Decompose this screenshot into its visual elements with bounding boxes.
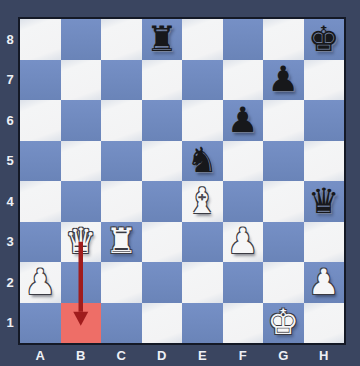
square-b4[interactable]	[61, 181, 102, 222]
square-a3[interactable]	[20, 222, 61, 263]
file-labels: ABCDEFGH	[20, 344, 344, 366]
square-c2[interactable]	[101, 262, 142, 303]
piece-white-pawn[interactable]: ♟	[227, 224, 258, 259]
rank-label-6: 6	[0, 100, 20, 141]
rank-label-4: 4	[0, 181, 20, 222]
file-label-h: H	[304, 344, 345, 366]
square-d2[interactable]	[142, 262, 183, 303]
square-h3[interactable]	[304, 222, 345, 263]
square-g4[interactable]	[263, 181, 304, 222]
rank-label-5: 5	[0, 141, 20, 182]
square-d6[interactable]	[142, 100, 183, 141]
square-c8[interactable]	[101, 19, 142, 60]
square-h8[interactable]: ♚	[304, 19, 345, 60]
file-label-d: D	[142, 344, 183, 366]
square-g6[interactable]	[263, 100, 304, 141]
square-c4[interactable]	[101, 181, 142, 222]
square-h5[interactable]	[304, 141, 345, 182]
piece-black-knight[interactable]: ♞	[187, 143, 218, 178]
square-e6[interactable]	[182, 100, 223, 141]
piece-black-pawn[interactable]: ♟	[227, 103, 258, 138]
square-f7[interactable]	[223, 60, 264, 101]
square-g5[interactable]	[263, 141, 304, 182]
square-f1[interactable]	[223, 303, 264, 344]
square-a4[interactable]	[20, 181, 61, 222]
file-label-g: G	[263, 344, 304, 366]
square-c6[interactable]	[101, 100, 142, 141]
square-a7[interactable]	[20, 60, 61, 101]
square-g7[interactable]: ♟	[263, 60, 304, 101]
square-b5[interactable]	[61, 141, 102, 182]
square-h4[interactable]: ♛	[304, 181, 345, 222]
square-b7[interactable]	[61, 60, 102, 101]
square-a8[interactable]	[20, 19, 61, 60]
piece-white-bishop[interactable]: ♝	[187, 184, 218, 219]
square-g2[interactable]	[263, 262, 304, 303]
square-e5[interactable]: ♞	[182, 141, 223, 182]
square-e4[interactable]: ♝	[182, 181, 223, 222]
square-e2[interactable]	[182, 262, 223, 303]
piece-black-king[interactable]: ♚	[308, 22, 339, 57]
square-b1[interactable]	[61, 303, 102, 344]
square-d8[interactable]: ♜	[142, 19, 183, 60]
chess-diagram: 87654321 ♜♚♟♟♞♝♛♛♜♟♟♟♚ ABCDEFGH	[0, 0, 360, 366]
square-a2[interactable]: ♟	[20, 262, 61, 303]
piece-white-queen[interactable]: ♛	[65, 224, 96, 259]
rank-label-8: 8	[0, 19, 20, 60]
piece-white-pawn[interactable]: ♟	[25, 265, 56, 300]
square-b3[interactable]: ♛	[61, 222, 102, 263]
square-c5[interactable]	[101, 141, 142, 182]
square-d3[interactable]	[142, 222, 183, 263]
square-f8[interactable]	[223, 19, 264, 60]
square-a1[interactable]	[20, 303, 61, 344]
piece-black-queen[interactable]: ♛	[308, 184, 339, 219]
piece-black-pawn[interactable]: ♟	[268, 62, 299, 97]
piece-black-rook[interactable]: ♜	[146, 22, 177, 57]
square-c7[interactable]	[101, 60, 142, 101]
rank-label-7: 7	[0, 60, 20, 101]
chess-board: ♜♚♟♟♞♝♛♛♜♟♟♟♚	[20, 19, 344, 343]
square-b8[interactable]	[61, 19, 102, 60]
square-c1[interactable]	[101, 303, 142, 344]
square-e1[interactable]	[182, 303, 223, 344]
square-g1[interactable]: ♚	[263, 303, 304, 344]
square-e3[interactable]	[182, 222, 223, 263]
square-g3[interactable]	[263, 222, 304, 263]
square-d5[interactable]	[142, 141, 183, 182]
square-a5[interactable]	[20, 141, 61, 182]
square-f2[interactable]	[223, 262, 264, 303]
square-g8[interactable]	[263, 19, 304, 60]
square-d1[interactable]	[142, 303, 183, 344]
rank-label-1: 1	[0, 303, 20, 344]
file-label-e: E	[182, 344, 223, 366]
square-b6[interactable]	[61, 100, 102, 141]
square-h2[interactable]: ♟	[304, 262, 345, 303]
square-d4[interactable]	[142, 181, 183, 222]
square-h6[interactable]	[304, 100, 345, 141]
square-c3[interactable]: ♜	[101, 222, 142, 263]
piece-white-rook[interactable]: ♜	[106, 224, 137, 259]
square-f4[interactable]	[223, 181, 264, 222]
square-d7[interactable]	[142, 60, 183, 101]
rank-label-3: 3	[0, 222, 20, 263]
rank-label-2: 2	[0, 262, 20, 303]
square-b2[interactable]	[61, 262, 102, 303]
piece-white-pawn[interactable]: ♟	[308, 265, 339, 300]
square-e8[interactable]	[182, 19, 223, 60]
file-label-b: B	[61, 344, 102, 366]
file-label-c: C	[101, 344, 142, 366]
square-e7[interactable]	[182, 60, 223, 101]
square-f5[interactable]	[223, 141, 264, 182]
square-h1[interactable]	[304, 303, 345, 344]
rank-labels: 87654321	[0, 19, 20, 343]
square-h7[interactable]	[304, 60, 345, 101]
piece-white-king[interactable]: ♚	[268, 305, 299, 340]
file-label-f: F	[223, 344, 264, 366]
square-f3[interactable]: ♟	[223, 222, 264, 263]
file-label-a: A	[20, 344, 61, 366]
square-a6[interactable]	[20, 100, 61, 141]
square-f6[interactable]: ♟	[223, 100, 264, 141]
